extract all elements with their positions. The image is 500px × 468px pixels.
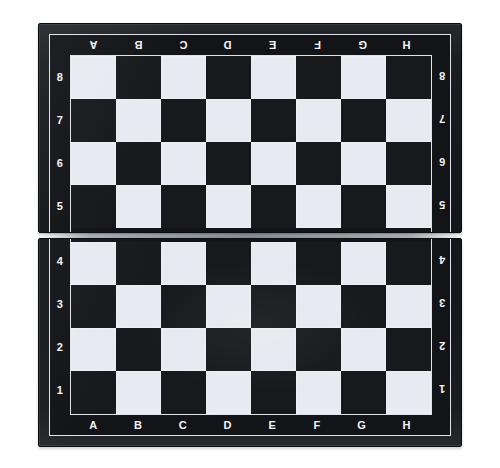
rank-label-3-right: 3 (432, 282, 452, 325)
square-f7 (296, 99, 341, 142)
square-c7 (161, 99, 206, 142)
square-g6 (341, 142, 386, 185)
square-a2 (71, 328, 116, 371)
square-h7 (386, 99, 431, 142)
square-f8 (296, 56, 341, 99)
rank-label-7-left: 7 (50, 98, 70, 141)
square-d3 (206, 285, 251, 328)
square-f3 (296, 285, 341, 328)
rank-label-4-right: 4 (432, 239, 452, 282)
file-label-h-top: H (384, 35, 429, 55)
rank-label-4-left: 4 (50, 239, 70, 282)
square-f2 (296, 328, 341, 371)
rank-label-7-right: 7 (432, 98, 452, 141)
square-f1 (296, 371, 341, 414)
square-f6 (296, 142, 341, 185)
file-label-d-top: D (205, 35, 250, 55)
file-label-g-bottom: G (340, 415, 385, 435)
square-g7 (341, 99, 386, 142)
square-a3 (71, 285, 116, 328)
playing-area-top (70, 55, 432, 232)
square-g1 (341, 371, 386, 414)
rank-labels-right-bottom: 4321 (432, 239, 452, 415)
file-label-e-top: E (250, 35, 295, 55)
file-label-d-bottom: D (205, 415, 250, 435)
square-c6 (161, 142, 206, 185)
square-d2 (206, 328, 251, 371)
rank-label-8-right: 8 (432, 55, 452, 98)
file-labels-bottom: ABCDEFGH (50, 415, 450, 435)
square-e2 (251, 328, 296, 371)
square-e7 (251, 99, 296, 142)
square-b1 (116, 371, 161, 414)
file-labels-top: ABCDEFGH (50, 35, 450, 55)
square-g5 (341, 185, 386, 228)
square-h6 (386, 142, 431, 185)
file-label-f-top: F (295, 35, 340, 55)
square-a6 (71, 142, 116, 185)
square-f4 (296, 242, 341, 285)
square-a7 (71, 99, 116, 142)
square-g8 (341, 56, 386, 99)
file-label-h-bottom: H (384, 415, 429, 435)
product-photo-background: ABCDEFGH 8765 8765 4321 (0, 0, 500, 468)
square-d6 (206, 142, 251, 185)
square-a8 (71, 56, 116, 99)
file-label-g-top: G (340, 35, 385, 55)
board-top-panel: ABCDEFGH 8765 8765 (38, 23, 462, 233)
file-label-e-bottom: E (250, 415, 295, 435)
square-b3 (116, 285, 161, 328)
rank-label-2-right: 2 (432, 325, 452, 368)
square-g2 (341, 328, 386, 371)
file-label-a-top: A (71, 35, 116, 55)
board-bottom-plate: 4321 4321 ABCDEFGH (49, 239, 451, 436)
file-label-c-top: C (161, 35, 206, 55)
square-b2 (116, 328, 161, 371)
square-e6 (251, 142, 296, 185)
rank-label-1-right: 1 (432, 368, 452, 411)
square-d5 (206, 185, 251, 228)
square-d7 (206, 99, 251, 142)
rank-labels-left-bottom: 4321 (50, 239, 70, 415)
square-g3 (341, 285, 386, 328)
square-c4 (161, 242, 206, 285)
square-a1 (71, 371, 116, 414)
square-a4 (71, 242, 116, 285)
square-e1 (251, 371, 296, 414)
square-h2 (386, 328, 431, 371)
rank-labels-left-top: 8765 (50, 55, 70, 232)
square-h8 (386, 56, 431, 99)
square-h5 (386, 185, 431, 228)
rank-label-6-right: 6 (432, 141, 452, 184)
square-d8 (206, 56, 251, 99)
rank-label-5-left: 5 (50, 184, 70, 227)
file-label-a-bottom: A (71, 415, 116, 435)
square-h3 (386, 285, 431, 328)
square-c5 (161, 185, 206, 228)
square-c1 (161, 371, 206, 414)
board-top-plate: ABCDEFGH 8765 8765 (49, 34, 451, 232)
square-h4 (386, 242, 431, 285)
file-label-b-top: B (116, 35, 161, 55)
square-f5 (296, 185, 341, 228)
square-e3 (251, 285, 296, 328)
square-g4 (341, 242, 386, 285)
square-b5 (116, 185, 161, 228)
square-c2 (161, 328, 206, 371)
board-bottom-panel: 4321 4321 ABCDEFGH (38, 238, 462, 447)
rank-label-8-left: 8 (50, 55, 70, 98)
rank-label-1-left: 1 (50, 368, 70, 411)
square-b6 (116, 142, 161, 185)
square-c8 (161, 56, 206, 99)
square-b8 (116, 56, 161, 99)
rank-labels-right-top: 8765 (432, 55, 452, 232)
square-e5 (251, 185, 296, 228)
square-a5 (71, 185, 116, 228)
square-b7 (116, 99, 161, 142)
rank-label-3-left: 3 (50, 282, 70, 325)
rank-label-6-left: 6 (50, 141, 70, 184)
rank-label-5-right: 5 (432, 184, 452, 227)
squares-grid-top (71, 56, 431, 228)
square-b4 (116, 242, 161, 285)
square-d1 (206, 371, 251, 414)
square-e4 (251, 242, 296, 285)
file-label-f-bottom: F (295, 415, 340, 435)
square-e8 (251, 56, 296, 99)
square-d4 (206, 242, 251, 285)
rank-label-2-left: 2 (50, 325, 70, 368)
square-c3 (161, 285, 206, 328)
squares-grid-bottom (71, 242, 431, 414)
file-label-c-bottom: C (161, 415, 206, 435)
file-label-b-bottom: B (116, 415, 161, 435)
playing-area-bottom (70, 239, 432, 415)
folding-chessboard: ABCDEFGH 8765 8765 4321 (38, 23, 462, 447)
square-h1 (386, 371, 431, 414)
